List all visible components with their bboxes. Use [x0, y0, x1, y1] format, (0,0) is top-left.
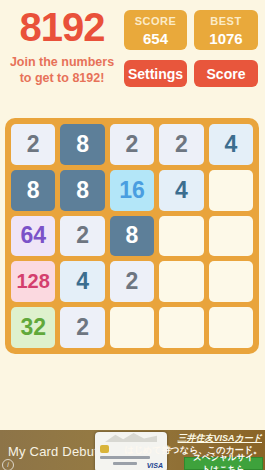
page-title: 8192	[2, 4, 122, 50]
visa-logo: VISA	[147, 462, 163, 469]
empty-cell	[159, 307, 203, 348]
score-value: 654	[124, 30, 187, 47]
settings-button[interactable]: Settings	[124, 60, 187, 87]
score-button[interactable]: Score	[194, 60, 258, 87]
card-artwork	[105, 433, 157, 442]
board[interactable]: 2822488164642812842322	[5, 118, 259, 354]
empty-cell	[209, 261, 253, 302]
empty-cell	[159, 216, 203, 257]
tile-4: 4	[209, 124, 253, 165]
header-left: 8192 Join the numbers to get to 8192!	[2, 4, 122, 86]
empty-cell	[159, 261, 203, 302]
empty-cell	[209, 216, 253, 257]
score-box: SCORE 654	[124, 10, 187, 50]
empty-cell	[209, 170, 253, 211]
subtitle-line2: to get to 8192!	[2, 70, 122, 86]
tile-32: 32	[11, 307, 55, 348]
info-icon[interactable]: i	[2, 459, 14, 470]
best-box: BEST 1076	[194, 10, 258, 50]
card-name-line	[113, 462, 137, 465]
app-screen: 8192 Join the numbers to get to 8192! SC…	[0, 0, 265, 470]
tile-64: 64	[11, 216, 55, 257]
empty-cell	[209, 307, 253, 348]
best-label: BEST	[194, 10, 258, 27]
tile-4: 4	[159, 170, 203, 211]
tile-8: 8	[11, 170, 55, 211]
subtitle: Join the numbers to get to 8192!	[2, 54, 122, 86]
best-value: 1076	[194, 30, 258, 47]
tile-2: 2	[110, 261, 154, 302]
card-chip	[100, 445, 109, 453]
tile-2: 2	[60, 216, 104, 257]
tile-2: 2	[159, 124, 203, 165]
tile-4: 4	[60, 261, 104, 302]
tile-2: 2	[11, 124, 55, 165]
tile-8: 8	[60, 170, 104, 211]
tile-2: 2	[60, 307, 104, 348]
tile-16: 16	[110, 170, 154, 211]
tile-8: 8	[60, 124, 104, 165]
tile-128: 128	[11, 261, 55, 302]
tile-8: 8	[110, 216, 154, 257]
subtitle-line1: Join the numbers	[2, 54, 122, 70]
score-label: SCORE	[124, 10, 187, 27]
ad-cta-button[interactable]: スペシャルサイトはこちら	[184, 457, 263, 470]
tile-2: 2	[110, 124, 154, 165]
ad-banner[interactable]: My Card Debut Story i VISA 三井住友VISAカード は…	[0, 430, 265, 470]
empty-cell	[110, 307, 154, 348]
